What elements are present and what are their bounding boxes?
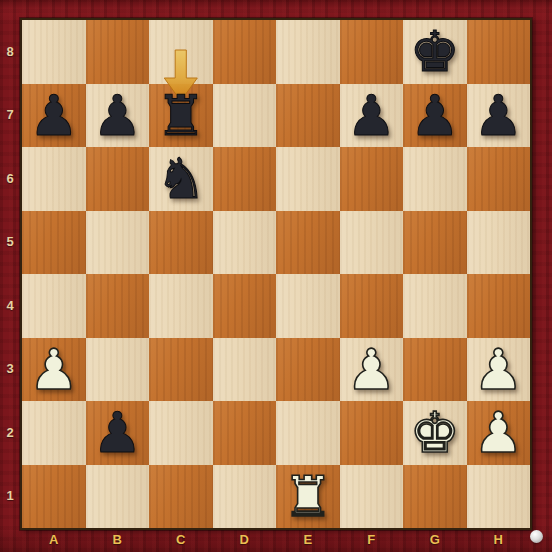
black-pawn-glyph: ♟ <box>410 84 460 148</box>
rank-label-1: 1 <box>0 488 20 504</box>
square-e6[interactable] <box>276 147 340 211</box>
piece-black-pawn-a7[interactable]: ♟ <box>22 84 86 148</box>
piece-white-pawn-h3[interactable]: ♟ <box>467 338 531 402</box>
rank-label-6: 6 <box>0 171 20 187</box>
square-b6[interactable] <box>86 147 150 211</box>
piece-white-pawn-h2[interactable]: ♟ <box>467 401 531 465</box>
black-pawn-glyph: ♟ <box>346 84 396 148</box>
square-c3[interactable] <box>149 338 213 402</box>
white-pawn-glyph: ♟ <box>29 338 79 402</box>
black-pawn-glyph: ♟ <box>29 84 79 148</box>
square-d5[interactable] <box>213 211 277 275</box>
black-knight-glyph: ♞ <box>156 147 206 211</box>
black-pawn-glyph: ♟ <box>473 84 523 148</box>
square-h5[interactable] <box>467 211 531 275</box>
chess-board: ♚♟♟♜♟♟♟♞♟♟♟♟♚♟♜ <box>20 18 532 530</box>
piece-black-pawn-g7[interactable]: ♟ <box>403 84 467 148</box>
square-f8[interactable] <box>340 20 404 84</box>
piece-black-pawn-f7[interactable]: ♟ <box>340 84 404 148</box>
square-d6[interactable] <box>213 147 277 211</box>
square-b3[interactable] <box>86 338 150 402</box>
square-c2[interactable] <box>149 401 213 465</box>
square-c1[interactable] <box>149 465 213 529</box>
square-d7[interactable] <box>213 84 277 148</box>
square-a2[interactable] <box>22 401 86 465</box>
file-label-h: H <box>467 531 531 549</box>
file-label-a: A <box>22 531 86 549</box>
rank-label-2: 2 <box>0 425 20 441</box>
rank-label-7: 7 <box>0 107 20 123</box>
black-king-glyph: ♚ <box>410 20 460 84</box>
square-e3[interactable] <box>276 338 340 402</box>
square-h4[interactable] <box>467 274 531 338</box>
file-label-g: G <box>403 531 467 549</box>
square-g1[interactable] <box>403 465 467 529</box>
file-label-f: F <box>340 531 404 549</box>
piece-white-pawn-f3[interactable]: ♟ <box>340 338 404 402</box>
piece-black-knight-c6[interactable]: ♞ <box>149 147 213 211</box>
square-e2[interactable] <box>276 401 340 465</box>
square-b1[interactable] <box>86 465 150 529</box>
square-c8[interactable] <box>149 20 213 84</box>
white-rook-glyph: ♜ <box>283 465 333 529</box>
square-g3[interactable] <box>403 338 467 402</box>
file-label-e: E <box>276 531 340 549</box>
square-h1[interactable] <box>467 465 531 529</box>
square-h6[interactable] <box>467 147 531 211</box>
piece-black-pawn-h7[interactable]: ♟ <box>467 84 531 148</box>
piece-white-rook-e1[interactable]: ♜ <box>276 465 340 529</box>
rank-label-3: 3 <box>0 361 20 377</box>
black-rook-glyph: ♜ <box>156 84 206 148</box>
square-c4[interactable] <box>149 274 213 338</box>
piece-black-king-g8[interactable]: ♚ <box>403 20 467 84</box>
square-a1[interactable] <box>22 465 86 529</box>
white-king-glyph: ♚ <box>410 401 460 465</box>
black-pawn-glyph: ♟ <box>92 401 142 465</box>
square-a5[interactable] <box>22 211 86 275</box>
white-pawn-glyph: ♟ <box>473 338 523 402</box>
square-e4[interactable] <box>276 274 340 338</box>
piece-black-pawn-b7[interactable]: ♟ <box>86 84 150 148</box>
square-g6[interactable] <box>403 147 467 211</box>
square-c5[interactable] <box>149 211 213 275</box>
piece-black-pawn-b2[interactable]: ♟ <box>86 401 150 465</box>
square-a4[interactable] <box>22 274 86 338</box>
corner-dot <box>530 530 543 543</box>
square-h8[interactable] <box>467 20 531 84</box>
square-f5[interactable] <box>340 211 404 275</box>
black-pawn-glyph: ♟ <box>92 84 142 148</box>
square-b4[interactable] <box>86 274 150 338</box>
square-d8[interactable] <box>213 20 277 84</box>
square-d3[interactable] <box>213 338 277 402</box>
square-f1[interactable] <box>340 465 404 529</box>
square-g5[interactable] <box>403 211 467 275</box>
square-f4[interactable] <box>340 274 404 338</box>
square-e8[interactable] <box>276 20 340 84</box>
file-label-c: C <box>149 531 213 549</box>
rank-label-4: 4 <box>0 298 20 314</box>
white-pawn-glyph: ♟ <box>473 401 523 465</box>
square-f2[interactable] <box>340 401 404 465</box>
square-b5[interactable] <box>86 211 150 275</box>
square-b8[interactable] <box>86 20 150 84</box>
chess-app-window: ♚♟♟♜♟♟♟♞♟♟♟♟♚♟♜ 87654321 ABCDEFGH <box>0 0 552 552</box>
piece-white-king-g2[interactable]: ♚ <box>403 401 467 465</box>
file-label-d: D <box>213 531 277 549</box>
square-a8[interactable] <box>22 20 86 84</box>
square-d1[interactable] <box>213 465 277 529</box>
square-d2[interactable] <box>213 401 277 465</box>
square-g4[interactable] <box>403 274 467 338</box>
piece-black-rook-c7[interactable]: ♜ <box>149 84 213 148</box>
square-d4[interactable] <box>213 274 277 338</box>
white-pawn-glyph: ♟ <box>346 338 396 402</box>
square-e7[interactable] <box>276 84 340 148</box>
piece-white-pawn-a3[interactable]: ♟ <box>22 338 86 402</box>
square-e5[interactable] <box>276 211 340 275</box>
rank-label-8: 8 <box>0 44 20 60</box>
square-f6[interactable] <box>340 147 404 211</box>
rank-label-5: 5 <box>0 234 20 250</box>
square-a6[interactable] <box>22 147 86 211</box>
file-label-b: B <box>86 531 150 549</box>
